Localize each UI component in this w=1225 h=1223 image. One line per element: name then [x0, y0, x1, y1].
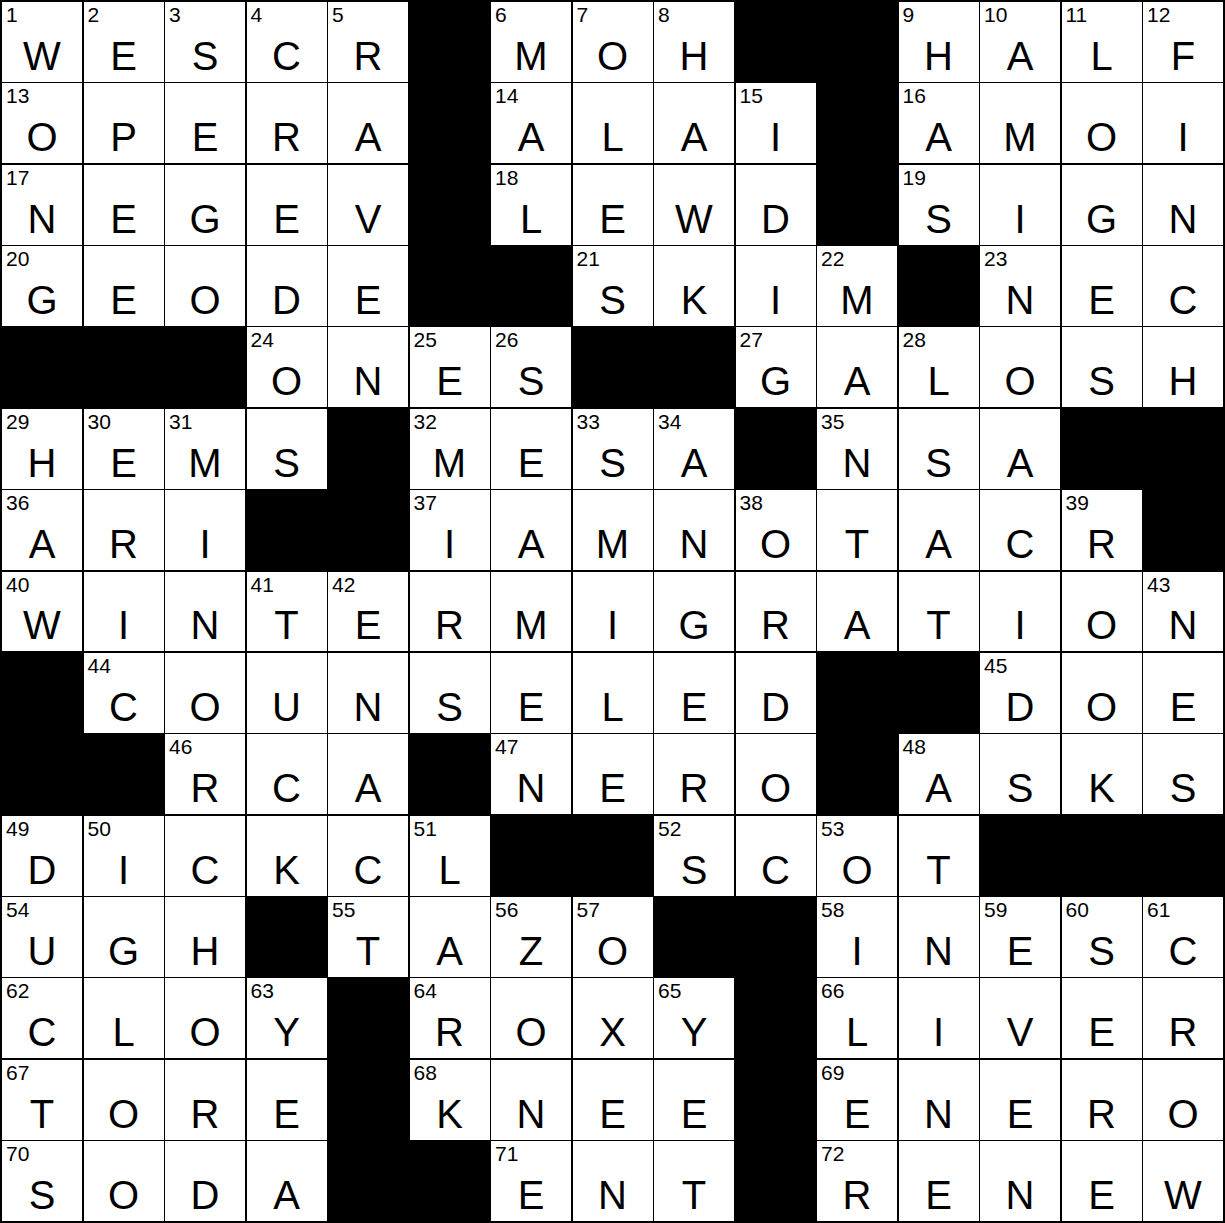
- clue-number: 40: [6, 573, 29, 596]
- black-cell: [328, 409, 408, 489]
- grid-cell[interactable]: G: [165, 165, 245, 245]
- clue-number: 12: [1147, 3, 1170, 26]
- grid-cell[interactable]: 30E: [84, 409, 164, 489]
- grid-cell[interactable]: R: [1143, 978, 1223, 1058]
- grid-cell[interactable]: R: [1062, 1060, 1142, 1140]
- grid-cell[interactable]: E: [84, 165, 164, 245]
- grid-cell[interactable]: 47N: [491, 734, 571, 814]
- grid-cell[interactable]: 56Z: [491, 897, 571, 977]
- grid-cell[interactable]: R: [84, 490, 164, 570]
- clue-number: 48: [903, 735, 926, 758]
- grid-cell[interactable]: N: [328, 327, 408, 407]
- cell-letter: N: [654, 524, 734, 564]
- black-cell: [410, 734, 490, 814]
- cell-letter: O: [573, 36, 653, 76]
- grid-cell[interactable]: I: [980, 572, 1060, 652]
- grid-cell[interactable]: E: [247, 1060, 327, 1140]
- grid-cell[interactable]: 31M: [165, 409, 245, 489]
- grid-cell[interactable]: R: [165, 1060, 245, 1140]
- cell-letter: O: [817, 850, 897, 890]
- clue-number: 44: [88, 654, 111, 677]
- black-cell: [491, 246, 571, 326]
- clue-number: 32: [414, 410, 437, 433]
- grid-cell[interactable]: G: [84, 897, 164, 977]
- grid-cell[interactable]: E: [491, 409, 571, 489]
- grid-cell[interactable]: I: [573, 572, 653, 652]
- grid-cell[interactable]: O: [1143, 1060, 1223, 1140]
- grid-cell[interactable]: S: [410, 653, 490, 733]
- grid-cell[interactable]: A: [899, 490, 979, 570]
- clue-number: 70: [6, 1142, 29, 1165]
- grid-cell[interactable]: N: [980, 1141, 1060, 1221]
- grid-cell[interactable]: 48A: [899, 734, 979, 814]
- grid-cell[interactable]: I: [980, 165, 1060, 245]
- clue-number: 51: [414, 817, 437, 840]
- grid-cell[interactable]: A: [491, 490, 571, 570]
- grid-cell[interactable]: O: [165, 978, 245, 1058]
- grid-cell[interactable]: R: [736, 572, 816, 652]
- grid-cell[interactable]: 37I: [410, 490, 490, 570]
- grid-cell[interactable]: K: [247, 816, 327, 896]
- cell-letter: I: [980, 199, 1060, 239]
- cell-letter: S: [165, 36, 245, 76]
- cell-letter: A: [410, 931, 490, 971]
- grid-cell[interactable]: 15I: [736, 83, 816, 163]
- grid-cell[interactable]: K: [654, 246, 734, 326]
- grid-cell[interactable]: 54U: [2, 897, 82, 977]
- grid-cell[interactable]: E: [1062, 1141, 1142, 1221]
- grid-cell[interactable]: D: [165, 1141, 245, 1221]
- grid-cell[interactable]: 1W: [2, 2, 82, 82]
- cell-letter: W: [1143, 1175, 1223, 1215]
- clue-number: 57: [577, 898, 600, 921]
- clue-number: 49: [6, 817, 29, 840]
- grid-cell[interactable]: 26S: [491, 327, 571, 407]
- grid-cell[interactable]: 52S: [654, 816, 734, 896]
- clue-number: 7: [577, 3, 589, 26]
- clue-number: 10: [984, 3, 1007, 26]
- grid-cell[interactable]: N: [1143, 165, 1223, 245]
- grid-cell[interactable]: T: [654, 1141, 734, 1221]
- black-cell: [654, 897, 734, 977]
- cell-letter: L: [491, 199, 571, 239]
- cell-letter: A: [899, 768, 979, 808]
- grid-cell[interactable]: 61C: [1143, 897, 1223, 977]
- black-cell: [817, 165, 897, 245]
- cell-letter: D: [980, 687, 1060, 727]
- grid-cell[interactable]: R: [247, 83, 327, 163]
- grid-cell[interactable]: I: [165, 490, 245, 570]
- grid-cell[interactable]: 53O: [817, 816, 897, 896]
- grid-cell[interactable]: H: [165, 897, 245, 977]
- grid-cell[interactable]: 39R: [1062, 490, 1142, 570]
- cell-letter: T: [2, 1094, 82, 1134]
- grid-cell[interactable]: 42E: [328, 572, 408, 652]
- cell-letter: M: [491, 605, 571, 645]
- grid-cell[interactable]: E: [328, 246, 408, 326]
- clue-number: 21: [577, 247, 600, 270]
- grid-cell[interactable]: E: [1062, 246, 1142, 326]
- grid-cell[interactable]: I: [899, 978, 979, 1058]
- grid-cell[interactable]: G: [1062, 165, 1142, 245]
- cell-letter: N: [1143, 605, 1223, 645]
- grid-cell[interactable]: E: [654, 653, 734, 733]
- grid-cell[interactable]: G: [654, 572, 734, 652]
- clue-number: 4: [251, 3, 263, 26]
- cell-letter: E: [980, 931, 1060, 971]
- black-cell: [410, 1141, 490, 1221]
- grid-cell[interactable]: D: [247, 246, 327, 326]
- grid-cell[interactable]: 18L: [491, 165, 571, 245]
- grid-cell[interactable]: 63Y: [247, 978, 327, 1058]
- grid-cell[interactable]: O: [1062, 83, 1142, 163]
- clue-number: 63: [251, 979, 274, 1002]
- grid-cell[interactable]: 27G: [736, 327, 816, 407]
- grid-cell[interactable]: D: [736, 165, 816, 245]
- grid-cell[interactable]: 34A: [654, 409, 734, 489]
- grid-cell[interactable]: 32M: [410, 409, 490, 489]
- cell-letter: L: [1062, 36, 1142, 76]
- cell-letter: N: [899, 931, 979, 971]
- grid-cell[interactable]: R: [410, 572, 490, 652]
- grid-cell[interactable]: X: [573, 978, 653, 1058]
- grid-cell[interactable]: 71E: [491, 1141, 571, 1221]
- black-cell: [1062, 816, 1142, 896]
- clue-number: 56: [495, 898, 518, 921]
- grid-cell[interactable]: O: [1062, 572, 1142, 652]
- grid-cell[interactable]: T: [817, 490, 897, 570]
- grid-cell[interactable]: 41T: [247, 572, 327, 652]
- grid-cell[interactable]: 36A: [2, 490, 82, 570]
- cell-letter: T: [817, 524, 897, 564]
- grid-cell[interactable]: 46R: [165, 734, 245, 814]
- grid-cell[interactable]: R: [654, 734, 734, 814]
- cell-letter: X: [573, 1012, 653, 1052]
- cell-letter: I: [817, 931, 897, 971]
- grid-cell[interactable]: E: [980, 1060, 1060, 1140]
- grid-cell[interactable]: E: [899, 1141, 979, 1221]
- cell-letter: M: [980, 117, 1060, 157]
- grid-cell[interactable]: S: [247, 409, 327, 489]
- clue-number: 53: [821, 817, 844, 840]
- cell-letter: O: [491, 1012, 571, 1052]
- grid-cell[interactable]: 65Y: [654, 978, 734, 1058]
- grid-cell[interactable]: 24O: [247, 327, 327, 407]
- grid-cell[interactable]: E: [1143, 653, 1223, 733]
- clue-number: 50: [88, 817, 111, 840]
- cell-letter: D: [2, 850, 82, 890]
- grid-cell[interactable]: 58I: [817, 897, 897, 977]
- grid-cell[interactable]: E: [573, 1060, 653, 1140]
- clue-number: 72: [821, 1142, 844, 1165]
- grid-cell[interactable]: 64R: [410, 978, 490, 1058]
- grid-cell[interactable]: A: [328, 83, 408, 163]
- grid-cell[interactable]: 28L: [899, 327, 979, 407]
- cell-letter: G: [1062, 199, 1142, 239]
- grid-cell[interactable]: 43N: [1143, 572, 1223, 652]
- grid-cell[interactable]: M: [573, 490, 653, 570]
- grid-cell[interactable]: 33S: [573, 409, 653, 489]
- cell-letter: E: [328, 280, 408, 320]
- grid-cell[interactable]: E: [654, 1060, 734, 1140]
- black-cell: [328, 1060, 408, 1140]
- grid-cell[interactable]: 55T: [328, 897, 408, 977]
- black-cell: [165, 327, 245, 407]
- grid-cell[interactable]: 68K: [410, 1060, 490, 1140]
- grid-cell[interactable]: P: [84, 83, 164, 163]
- clue-number: 58: [821, 898, 844, 921]
- grid-cell[interactable]: N: [899, 1060, 979, 1140]
- grid-cell[interactable]: 21S: [573, 246, 653, 326]
- grid-cell[interactable]: S: [899, 409, 979, 489]
- black-cell: [573, 816, 653, 896]
- grid-cell[interactable]: V: [980, 978, 1060, 1058]
- grid-cell[interactable]: 17N: [2, 165, 82, 245]
- clue-number: 6: [495, 3, 507, 26]
- black-cell: [736, 1141, 816, 1221]
- clue-number: 20: [6, 247, 29, 270]
- grid-cell[interactable]: N: [654, 490, 734, 570]
- cell-letter: Z: [491, 931, 571, 971]
- grid-cell[interactable]: 5R: [328, 2, 408, 82]
- cell-letter: N: [165, 605, 245, 645]
- grid-cell[interactable]: O: [980, 327, 1060, 407]
- cell-letter: M: [573, 524, 653, 564]
- grid-cell[interactable]: 2E: [84, 2, 164, 82]
- cell-letter: S: [654, 850, 734, 890]
- grid-cell[interactable]: M: [980, 83, 1060, 163]
- grid-cell[interactable]: 6M: [491, 2, 571, 82]
- grid-cell[interactable]: 57O: [573, 897, 653, 977]
- grid-cell[interactable]: 69E: [817, 1060, 897, 1140]
- grid-cell[interactable]: W: [1143, 1141, 1223, 1221]
- grid-cell[interactable]: O: [165, 246, 245, 326]
- grid-cell[interactable]: C: [247, 734, 327, 814]
- grid-cell[interactable]: L: [84, 978, 164, 1058]
- grid-cell[interactable]: E: [247, 165, 327, 245]
- grid-cell[interactable]: C: [1143, 246, 1223, 326]
- grid-cell[interactable]: 59E: [980, 897, 1060, 977]
- grid-cell[interactable]: T: [899, 572, 979, 652]
- cell-letter: S: [899, 443, 979, 483]
- cell-letter: K: [654, 280, 734, 320]
- grid-cell[interactable]: 8H: [654, 2, 734, 82]
- grid-cell[interactable]: 13O: [2, 83, 82, 163]
- grid-cell[interactable]: 23N: [980, 246, 1060, 326]
- cell-letter: N: [980, 280, 1060, 320]
- grid-cell[interactable]: N: [328, 653, 408, 733]
- grid-cell[interactable]: 35N: [817, 409, 897, 489]
- grid-cell[interactable]: 45D: [980, 653, 1060, 733]
- grid-cell[interactable]: E: [165, 83, 245, 163]
- grid-cell[interactable]: 10A: [980, 2, 1060, 82]
- cell-letter: G: [84, 931, 164, 971]
- black-cell: [410, 246, 490, 326]
- cell-letter: T: [654, 1175, 734, 1215]
- grid-cell[interactable]: A: [817, 572, 897, 652]
- clue-number: 67: [6, 1061, 29, 1084]
- cell-letter: O: [165, 687, 245, 727]
- black-cell: [2, 734, 82, 814]
- grid-cell[interactable]: 50I: [84, 816, 164, 896]
- grid-cell[interactable]: A: [247, 1141, 327, 1221]
- grid-cell[interactable]: 7O: [573, 2, 653, 82]
- grid-cell[interactable]: E: [491, 653, 571, 733]
- grid-cell[interactable]: E: [573, 165, 653, 245]
- grid-cell[interactable]: 16A: [899, 83, 979, 163]
- cell-letter: S: [247, 443, 327, 483]
- grid-cell[interactable]: A: [980, 409, 1060, 489]
- grid-cell[interactable]: C: [980, 490, 1060, 570]
- grid-cell[interactable]: 70S: [2, 1141, 82, 1221]
- grid-cell[interactable]: 29H: [2, 409, 82, 489]
- grid-cell[interactable]: 44C: [84, 653, 164, 733]
- grid-cell[interactable]: N: [165, 572, 245, 652]
- clue-number: 24: [251, 328, 274, 351]
- grid-cell[interactable]: O: [84, 1141, 164, 1221]
- grid-cell[interactable]: C: [328, 816, 408, 896]
- grid-cell[interactable]: T: [899, 816, 979, 896]
- grid-cell[interactable]: 12F: [1143, 2, 1223, 82]
- grid-cell[interactable]: H: [1143, 327, 1223, 407]
- clue-number: 9: [903, 3, 915, 26]
- cell-letter: E: [165, 117, 245, 157]
- cell-letter: A: [2, 524, 82, 564]
- grid-cell[interactable]: O: [736, 734, 816, 814]
- grid-cell[interactable]: V: [328, 165, 408, 245]
- black-cell: [736, 897, 816, 977]
- black-cell: [84, 327, 164, 407]
- grid-cell[interactable]: I: [1143, 83, 1223, 163]
- cell-letter: E: [1143, 687, 1223, 727]
- cell-letter: C: [1143, 280, 1223, 320]
- grid-cell[interactable]: 25E: [410, 327, 490, 407]
- grid-cell[interactable]: A: [817, 327, 897, 407]
- black-cell: [817, 2, 897, 82]
- grid-cell[interactable]: N: [573, 1141, 653, 1221]
- grid-cell[interactable]: O: [84, 1060, 164, 1140]
- cell-letter: V: [328, 199, 408, 239]
- cell-letter: E: [1062, 280, 1142, 320]
- grid-cell[interactable]: A: [410, 897, 490, 977]
- grid-cell[interactable]: 38O: [736, 490, 816, 570]
- grid-cell[interactable]: 60S: [1062, 897, 1142, 977]
- clue-number: 27: [740, 328, 763, 351]
- grid-cell[interactable]: O: [1062, 653, 1142, 733]
- cell-letter: M: [410, 443, 490, 483]
- grid-cell[interactable]: 66L: [817, 978, 897, 1058]
- cell-letter: L: [573, 117, 653, 157]
- clue-number: 17: [6, 166, 29, 189]
- cell-letter: E: [84, 36, 164, 76]
- grid-cell[interactable]: S: [1143, 734, 1223, 814]
- cell-letter: R: [654, 768, 734, 808]
- cell-letter: A: [980, 443, 1060, 483]
- grid-cell[interactable]: M: [491, 572, 571, 652]
- clue-number: 5: [332, 3, 344, 26]
- grid-cell[interactable]: 72R: [817, 1141, 897, 1221]
- grid-cell[interactable]: 62C: [2, 978, 82, 1058]
- cell-letter: K: [247, 850, 327, 890]
- grid-cell[interactable]: 3S: [165, 2, 245, 82]
- cell-letter: O: [1062, 117, 1142, 157]
- black-cell: [247, 897, 327, 977]
- grid-cell[interactable]: 19S: [899, 165, 979, 245]
- grid-cell[interactable]: U: [247, 653, 327, 733]
- grid-cell[interactable]: L: [573, 83, 653, 163]
- cell-letter: S: [491, 361, 571, 401]
- grid-cell[interactable]: 4C: [247, 2, 327, 82]
- cell-letter: A: [328, 117, 408, 157]
- cell-letter: E: [328, 605, 408, 645]
- cell-letter: T: [899, 605, 979, 645]
- grid-cell[interactable]: A: [654, 83, 734, 163]
- cell-letter: N: [899, 1094, 979, 1134]
- grid-cell[interactable]: D: [736, 653, 816, 733]
- cell-letter: I: [1143, 117, 1223, 157]
- cell-letter: R: [165, 1094, 245, 1134]
- grid-cell[interactable]: 49D: [2, 816, 82, 896]
- grid-cell[interactable]: I: [84, 572, 164, 652]
- clue-number: 42: [332, 573, 355, 596]
- grid-cell[interactable]: 14A: [491, 83, 571, 163]
- grid-cell[interactable]: A: [328, 734, 408, 814]
- black-cell: [899, 653, 979, 733]
- grid-cell[interactable]: N: [899, 897, 979, 977]
- cell-letter: I: [84, 605, 164, 645]
- cell-letter: W: [654, 199, 734, 239]
- grid-cell[interactable]: N: [491, 1060, 571, 1140]
- clue-number: 71: [495, 1142, 518, 1165]
- grid-cell[interactable]: L: [573, 653, 653, 733]
- cell-letter: O: [736, 524, 816, 564]
- grid-cell[interactable]: C: [165, 816, 245, 896]
- grid-cell[interactable]: 11L: [1062, 2, 1142, 82]
- clue-number: 11: [1066, 3, 1088, 26]
- grid-cell[interactable]: 67T: [2, 1060, 82, 1140]
- grid-cell[interactable]: O: [165, 653, 245, 733]
- cell-letter: Y: [654, 1012, 734, 1052]
- cell-letter: C: [247, 768, 327, 808]
- grid-cell[interactable]: K: [1062, 734, 1142, 814]
- grid-cell[interactable]: O: [491, 978, 571, 1058]
- cell-letter: T: [899, 850, 979, 890]
- cell-letter: G: [654, 605, 734, 645]
- cell-letter: E: [84, 443, 164, 483]
- cell-letter: I: [410, 524, 490, 564]
- grid-cell[interactable]: S: [1062, 327, 1142, 407]
- grid-cell[interactable]: C: [736, 816, 816, 896]
- grid-cell[interactable]: 51L: [410, 816, 490, 896]
- cell-letter: C: [2, 1012, 82, 1052]
- cell-letter: E: [573, 199, 653, 239]
- grid-cell[interactable]: 22M: [817, 246, 897, 326]
- grid-cell[interactable]: 9H: [899, 2, 979, 82]
- grid-cell[interactable]: I: [736, 246, 816, 326]
- cell-letter: I: [573, 605, 653, 645]
- grid-cell[interactable]: 20G: [2, 246, 82, 326]
- grid-cell[interactable]: E: [84, 246, 164, 326]
- cell-letter: O: [573, 931, 653, 971]
- clue-number: 59: [984, 898, 1007, 921]
- grid-cell[interactable]: 40W: [2, 572, 82, 652]
- grid-cell[interactable]: W: [654, 165, 734, 245]
- grid-cell[interactable]: E: [1062, 978, 1142, 1058]
- grid-cell[interactable]: S: [980, 734, 1060, 814]
- clue-number: 65: [658, 979, 681, 1002]
- grid-cell[interactable]: E: [573, 734, 653, 814]
- cell-letter: Y: [247, 1012, 327, 1052]
